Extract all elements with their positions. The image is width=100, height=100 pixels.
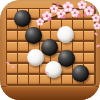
board-cell [51, 9, 60, 18]
board-cell [29, 75, 38, 84]
blossom-bud-icon [57, 3, 60, 6]
board-cell [84, 31, 93, 40]
board-cell [73, 31, 82, 40]
board-cell [7, 53, 16, 62]
board-cell [73, 9, 82, 18]
board-cell [18, 64, 27, 73]
board-cell [40, 9, 49, 18]
board-cell [73, 53, 82, 62]
black-stone [25, 27, 42, 44]
board-cell [62, 9, 71, 18]
board-wooden-rim [0, 87, 100, 100]
white-stone [45, 61, 62, 78]
board-cell [84, 20, 93, 29]
board-cell [7, 31, 16, 40]
board-cell [7, 42, 16, 51]
gomoku-app-icon[interactable] [0, 0, 100, 100]
board-cell [7, 75, 16, 84]
falling-petal-icon [96, 44, 100, 48]
board-cell [84, 42, 93, 51]
board-cell [73, 42, 82, 51]
white-stone [27, 49, 44, 66]
board-cell [40, 20, 49, 29]
board-cell [84, 9, 93, 18]
board-cell [18, 42, 27, 51]
board-cell [84, 53, 93, 62]
board-cell [62, 75, 71, 84]
board-cell [18, 75, 27, 84]
board-cell [7, 64, 16, 73]
black-stone [72, 65, 89, 82]
white-stone [57, 26, 74, 43]
board-cell [73, 20, 82, 29]
black-stone [14, 10, 31, 27]
board-cell [29, 9, 38, 18]
cherry-blossom-flower-icon [93, 0, 100, 6]
screenshot-canvas [0, 0, 100, 100]
